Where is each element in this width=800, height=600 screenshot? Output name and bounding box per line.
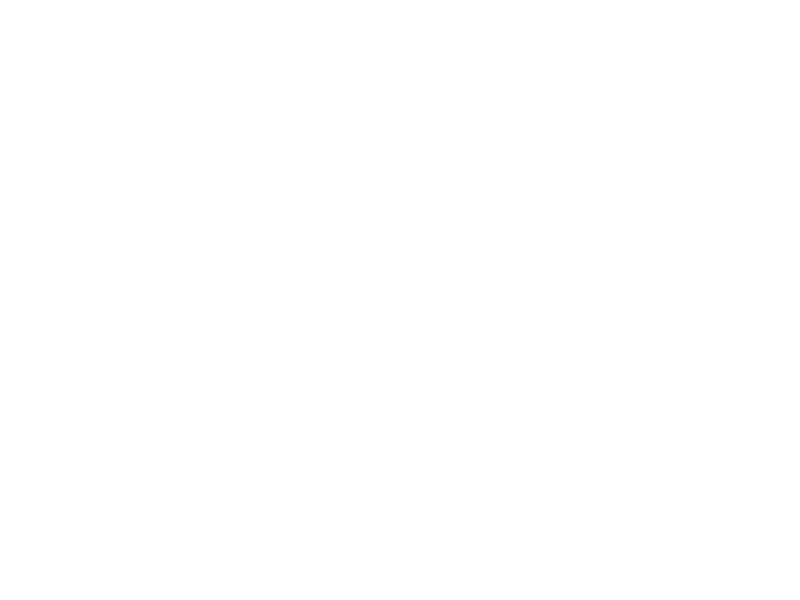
chess-board — [0, 0, 800, 600]
chess-photo-stage — [0, 0, 800, 600]
